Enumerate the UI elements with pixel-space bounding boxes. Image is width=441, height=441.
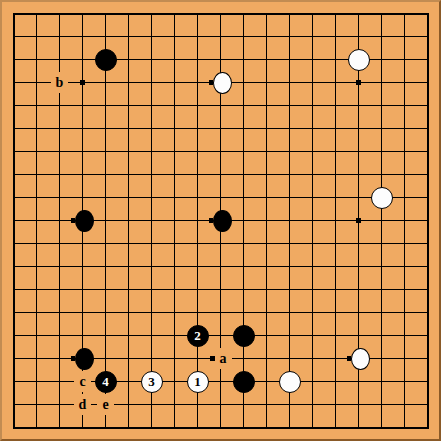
board-point[interactable] bbox=[370, 278, 393, 301]
board-point[interactable] bbox=[163, 48, 186, 71]
board-point[interactable] bbox=[48, 163, 71, 186]
board-point[interactable] bbox=[393, 140, 416, 163]
board-point[interactable] bbox=[94, 301, 117, 324]
board-point[interactable] bbox=[48, 416, 71, 439]
board-point[interactable] bbox=[140, 301, 163, 324]
board-point[interactable] bbox=[301, 324, 324, 347]
board-point[interactable]: a bbox=[209, 347, 232, 370]
board-point[interactable] bbox=[209, 416, 232, 439]
board-point[interactable] bbox=[347, 117, 370, 140]
board-point[interactable] bbox=[278, 209, 301, 232]
board-point[interactable] bbox=[25, 25, 48, 48]
board-point[interactable] bbox=[324, 324, 347, 347]
board-point[interactable] bbox=[255, 301, 278, 324]
board-point[interactable] bbox=[393, 278, 416, 301]
board-point[interactable] bbox=[416, 94, 439, 117]
board-point[interactable] bbox=[186, 393, 209, 416]
board-point[interactable] bbox=[94, 186, 117, 209]
board-point[interactable] bbox=[71, 255, 94, 278]
board-point[interactable] bbox=[370, 48, 393, 71]
board-point[interactable] bbox=[186, 186, 209, 209]
board-point[interactable] bbox=[186, 416, 209, 439]
board-point[interactable] bbox=[209, 232, 232, 255]
board-point[interactable] bbox=[416, 370, 439, 393]
board-point[interactable] bbox=[163, 393, 186, 416]
board-point[interactable] bbox=[186, 140, 209, 163]
board-point[interactable] bbox=[140, 347, 163, 370]
board-point[interactable] bbox=[370, 2, 393, 25]
board-point[interactable] bbox=[117, 301, 140, 324]
board-point[interactable] bbox=[232, 71, 255, 94]
board-point[interactable] bbox=[324, 186, 347, 209]
board-point[interactable] bbox=[94, 255, 117, 278]
board-point[interactable] bbox=[186, 232, 209, 255]
board-point[interactable] bbox=[278, 416, 301, 439]
board-point[interactable] bbox=[255, 278, 278, 301]
board-point[interactable] bbox=[393, 301, 416, 324]
board-point[interactable] bbox=[186, 48, 209, 71]
board-point[interactable] bbox=[393, 370, 416, 393]
board-point[interactable] bbox=[324, 94, 347, 117]
board-point[interactable] bbox=[278, 186, 301, 209]
board-point[interactable] bbox=[48, 232, 71, 255]
board-point[interactable] bbox=[209, 71, 232, 94]
board-point[interactable] bbox=[117, 163, 140, 186]
board-point[interactable] bbox=[48, 48, 71, 71]
board-point[interactable] bbox=[140, 71, 163, 94]
board-point[interactable] bbox=[416, 347, 439, 370]
board-point[interactable] bbox=[416, 278, 439, 301]
board-point[interactable] bbox=[25, 140, 48, 163]
board-point[interactable] bbox=[232, 255, 255, 278]
board-point[interactable] bbox=[393, 25, 416, 48]
board-point[interactable] bbox=[71, 324, 94, 347]
board-point[interactable] bbox=[48, 25, 71, 48]
board-point[interactable] bbox=[232, 347, 255, 370]
board-point[interactable] bbox=[71, 209, 94, 232]
board-point[interactable] bbox=[2, 416, 25, 439]
board-point[interactable] bbox=[232, 393, 255, 416]
board-point[interactable] bbox=[232, 324, 255, 347]
board-point[interactable] bbox=[117, 370, 140, 393]
board-point[interactable] bbox=[25, 163, 48, 186]
board-point[interactable] bbox=[370, 209, 393, 232]
board-point[interactable] bbox=[117, 416, 140, 439]
board-point[interactable] bbox=[94, 48, 117, 71]
board-point[interactable] bbox=[25, 209, 48, 232]
board-point[interactable] bbox=[48, 94, 71, 117]
board-point[interactable] bbox=[255, 71, 278, 94]
board-point[interactable] bbox=[324, 232, 347, 255]
board-point[interactable] bbox=[278, 71, 301, 94]
board-point[interactable] bbox=[232, 117, 255, 140]
board-point[interactable] bbox=[2, 163, 25, 186]
board-point[interactable] bbox=[347, 25, 370, 48]
board-point[interactable] bbox=[416, 232, 439, 255]
board-point[interactable] bbox=[347, 232, 370, 255]
board-point[interactable] bbox=[2, 48, 25, 71]
board-point[interactable] bbox=[393, 2, 416, 25]
board-point[interactable] bbox=[163, 232, 186, 255]
board-point[interactable] bbox=[255, 416, 278, 439]
board-point[interactable] bbox=[370, 301, 393, 324]
board-point[interactable] bbox=[278, 301, 301, 324]
board-point[interactable] bbox=[232, 232, 255, 255]
board-point[interactable] bbox=[301, 71, 324, 94]
board-point[interactable] bbox=[278, 370, 301, 393]
board-point[interactable] bbox=[301, 232, 324, 255]
board-point[interactable] bbox=[278, 25, 301, 48]
board-point[interactable] bbox=[140, 393, 163, 416]
board-point[interactable] bbox=[117, 71, 140, 94]
board-point[interactable] bbox=[25, 186, 48, 209]
board-point[interactable] bbox=[94, 324, 117, 347]
board-point[interactable] bbox=[71, 347, 94, 370]
board-point[interactable] bbox=[347, 2, 370, 25]
board-point[interactable] bbox=[278, 48, 301, 71]
board-point[interactable] bbox=[94, 209, 117, 232]
board-point[interactable] bbox=[25, 278, 48, 301]
board-point[interactable] bbox=[94, 2, 117, 25]
board-point[interactable] bbox=[2, 25, 25, 48]
board-point[interactable] bbox=[370, 370, 393, 393]
board-point[interactable] bbox=[255, 209, 278, 232]
board-point[interactable] bbox=[2, 209, 25, 232]
board-point[interactable] bbox=[301, 416, 324, 439]
board-point[interactable] bbox=[324, 48, 347, 71]
board-point[interactable] bbox=[209, 117, 232, 140]
board-point[interactable] bbox=[2, 255, 25, 278]
board-point[interactable] bbox=[393, 163, 416, 186]
board-point[interactable] bbox=[347, 255, 370, 278]
board-point[interactable] bbox=[163, 71, 186, 94]
board-point[interactable] bbox=[370, 393, 393, 416]
board-point[interactable] bbox=[25, 347, 48, 370]
board-point[interactable] bbox=[117, 25, 140, 48]
board-point[interactable] bbox=[163, 140, 186, 163]
board-point[interactable] bbox=[232, 186, 255, 209]
board-point[interactable] bbox=[94, 416, 117, 439]
board-point[interactable] bbox=[163, 278, 186, 301]
board-point[interactable] bbox=[416, 140, 439, 163]
board-point[interactable] bbox=[232, 278, 255, 301]
board-point[interactable] bbox=[393, 255, 416, 278]
board-point[interactable] bbox=[347, 301, 370, 324]
board-point[interactable] bbox=[370, 71, 393, 94]
board-point[interactable]: c bbox=[71, 370, 94, 393]
board-point[interactable] bbox=[232, 163, 255, 186]
board-point[interactable] bbox=[324, 71, 347, 94]
board-point[interactable] bbox=[140, 232, 163, 255]
board-point[interactable] bbox=[347, 94, 370, 117]
board-point[interactable] bbox=[370, 255, 393, 278]
board-point[interactable] bbox=[2, 232, 25, 255]
board-point[interactable] bbox=[2, 278, 25, 301]
board-point[interactable] bbox=[416, 186, 439, 209]
board-point[interactable] bbox=[117, 186, 140, 209]
board-point[interactable] bbox=[2, 186, 25, 209]
board-point[interactable] bbox=[2, 324, 25, 347]
board-point[interactable] bbox=[25, 255, 48, 278]
board-point[interactable] bbox=[71, 25, 94, 48]
board-point[interactable] bbox=[140, 163, 163, 186]
board-point[interactable] bbox=[393, 117, 416, 140]
board-point[interactable] bbox=[255, 255, 278, 278]
board-point[interactable] bbox=[301, 347, 324, 370]
board-point[interactable] bbox=[324, 416, 347, 439]
board-point[interactable] bbox=[163, 301, 186, 324]
board-point[interactable] bbox=[71, 2, 94, 25]
board-point[interactable] bbox=[25, 370, 48, 393]
board-point[interactable] bbox=[117, 2, 140, 25]
board-point[interactable] bbox=[25, 416, 48, 439]
board-point[interactable] bbox=[416, 2, 439, 25]
board-point[interactable]: 1 bbox=[186, 370, 209, 393]
board-point[interactable] bbox=[94, 117, 117, 140]
board-point[interactable] bbox=[117, 117, 140, 140]
board-point[interactable] bbox=[301, 2, 324, 25]
board-point[interactable] bbox=[370, 140, 393, 163]
board-point[interactable] bbox=[301, 301, 324, 324]
board-point[interactable] bbox=[209, 94, 232, 117]
board-point[interactable] bbox=[186, 209, 209, 232]
board-point[interactable] bbox=[140, 117, 163, 140]
board-point[interactable] bbox=[163, 255, 186, 278]
board-point[interactable] bbox=[140, 25, 163, 48]
board-point[interactable] bbox=[347, 416, 370, 439]
board-point[interactable] bbox=[94, 71, 117, 94]
board-point[interactable] bbox=[209, 48, 232, 71]
board-point[interactable] bbox=[324, 393, 347, 416]
board-point[interactable] bbox=[370, 347, 393, 370]
board-point[interactable] bbox=[324, 117, 347, 140]
board-point[interactable] bbox=[347, 71, 370, 94]
board-point[interactable] bbox=[71, 117, 94, 140]
board-point[interactable] bbox=[370, 416, 393, 439]
board-point[interactable] bbox=[71, 140, 94, 163]
board-point[interactable] bbox=[324, 347, 347, 370]
board-point[interactable] bbox=[2, 94, 25, 117]
board-point[interactable] bbox=[416, 71, 439, 94]
board-point[interactable] bbox=[278, 278, 301, 301]
board-point[interactable] bbox=[71, 94, 94, 117]
board-point[interactable] bbox=[393, 48, 416, 71]
board-point[interactable] bbox=[416, 324, 439, 347]
board-point[interactable] bbox=[255, 186, 278, 209]
board-point[interactable] bbox=[393, 209, 416, 232]
board-point[interactable] bbox=[232, 2, 255, 25]
board-point[interactable] bbox=[347, 393, 370, 416]
board-point[interactable] bbox=[278, 347, 301, 370]
board-point[interactable] bbox=[117, 324, 140, 347]
board-point[interactable] bbox=[140, 255, 163, 278]
board-point[interactable] bbox=[278, 2, 301, 25]
board-point[interactable] bbox=[48, 324, 71, 347]
board-point[interactable] bbox=[71, 163, 94, 186]
board-point[interactable] bbox=[255, 232, 278, 255]
board-point[interactable] bbox=[48, 370, 71, 393]
board-point[interactable] bbox=[94, 347, 117, 370]
board-point[interactable] bbox=[278, 324, 301, 347]
board-point[interactable] bbox=[370, 186, 393, 209]
board-point[interactable] bbox=[370, 94, 393, 117]
board-point[interactable] bbox=[416, 393, 439, 416]
board-point[interactable] bbox=[48, 117, 71, 140]
board-point[interactable] bbox=[301, 186, 324, 209]
board-point[interactable] bbox=[48, 278, 71, 301]
board-point[interactable] bbox=[416, 209, 439, 232]
board-point[interactable] bbox=[347, 324, 370, 347]
board-point[interactable] bbox=[186, 117, 209, 140]
board-point[interactable] bbox=[416, 48, 439, 71]
board-point[interactable] bbox=[209, 255, 232, 278]
board-point[interactable] bbox=[393, 324, 416, 347]
board-point[interactable] bbox=[209, 370, 232, 393]
board-point[interactable] bbox=[370, 163, 393, 186]
board-point[interactable] bbox=[2, 71, 25, 94]
board-point[interactable] bbox=[324, 370, 347, 393]
board-point[interactable] bbox=[186, 25, 209, 48]
board-point[interactable] bbox=[186, 163, 209, 186]
board-point[interactable] bbox=[370, 117, 393, 140]
board-point[interactable] bbox=[163, 324, 186, 347]
board-point[interactable] bbox=[94, 94, 117, 117]
board-point[interactable] bbox=[278, 94, 301, 117]
board-point[interactable] bbox=[94, 232, 117, 255]
board-point[interactable] bbox=[163, 25, 186, 48]
board-point[interactable] bbox=[255, 48, 278, 71]
board-point[interactable] bbox=[416, 117, 439, 140]
board-point[interactable] bbox=[71, 71, 94, 94]
board-point[interactable] bbox=[324, 25, 347, 48]
board-point[interactable] bbox=[255, 2, 278, 25]
board-point[interactable] bbox=[94, 140, 117, 163]
board-point[interactable] bbox=[25, 48, 48, 71]
board-point[interactable] bbox=[209, 140, 232, 163]
board-point[interactable] bbox=[232, 370, 255, 393]
board-point[interactable] bbox=[301, 117, 324, 140]
board-point[interactable] bbox=[2, 2, 25, 25]
board-point[interactable] bbox=[163, 94, 186, 117]
board-point[interactable] bbox=[186, 347, 209, 370]
board-point[interactable] bbox=[232, 209, 255, 232]
board-point[interactable] bbox=[117, 94, 140, 117]
board-point[interactable] bbox=[94, 278, 117, 301]
board-point[interactable] bbox=[163, 416, 186, 439]
board-point[interactable] bbox=[324, 301, 347, 324]
board-point[interactable] bbox=[393, 186, 416, 209]
board-point[interactable] bbox=[278, 232, 301, 255]
board-point[interactable] bbox=[209, 186, 232, 209]
board-point[interactable] bbox=[186, 278, 209, 301]
board-point[interactable] bbox=[347, 140, 370, 163]
board-point[interactable] bbox=[301, 278, 324, 301]
board-point[interactable] bbox=[163, 117, 186, 140]
board-point[interactable] bbox=[117, 393, 140, 416]
board-point[interactable] bbox=[370, 232, 393, 255]
board-point[interactable]: d bbox=[71, 393, 94, 416]
board-point[interactable] bbox=[48, 2, 71, 25]
board-point[interactable] bbox=[25, 71, 48, 94]
board-point[interactable] bbox=[393, 71, 416, 94]
board-point[interactable] bbox=[48, 186, 71, 209]
board-point[interactable] bbox=[301, 370, 324, 393]
board-point[interactable] bbox=[324, 209, 347, 232]
board-point[interactable] bbox=[255, 370, 278, 393]
board-point[interactable] bbox=[25, 393, 48, 416]
board-point[interactable] bbox=[25, 2, 48, 25]
board-point[interactable] bbox=[347, 48, 370, 71]
board-point[interactable] bbox=[393, 347, 416, 370]
board-point[interactable] bbox=[209, 301, 232, 324]
board-point[interactable] bbox=[301, 140, 324, 163]
board-point[interactable] bbox=[140, 94, 163, 117]
board-point[interactable] bbox=[48, 140, 71, 163]
board-point[interactable] bbox=[370, 324, 393, 347]
board-point[interactable] bbox=[140, 324, 163, 347]
board-point[interactable] bbox=[140, 186, 163, 209]
board-point[interactable] bbox=[140, 416, 163, 439]
board-point[interactable] bbox=[117, 232, 140, 255]
board-point[interactable] bbox=[140, 2, 163, 25]
board-point[interactable] bbox=[209, 2, 232, 25]
board-point[interactable] bbox=[71, 278, 94, 301]
board-point[interactable] bbox=[163, 163, 186, 186]
board-point[interactable] bbox=[25, 301, 48, 324]
board-point[interactable] bbox=[48, 209, 71, 232]
board-point[interactable] bbox=[25, 324, 48, 347]
board-point[interactable] bbox=[255, 94, 278, 117]
board-point[interactable] bbox=[186, 94, 209, 117]
board-point[interactable] bbox=[209, 163, 232, 186]
board-point[interactable] bbox=[232, 25, 255, 48]
board-point[interactable] bbox=[140, 48, 163, 71]
board-point[interactable] bbox=[232, 94, 255, 117]
board-point[interactable] bbox=[2, 370, 25, 393]
board-point[interactable] bbox=[140, 278, 163, 301]
board-point[interactable] bbox=[186, 2, 209, 25]
board-point[interactable] bbox=[94, 163, 117, 186]
board-point[interactable] bbox=[255, 324, 278, 347]
board-point[interactable] bbox=[301, 393, 324, 416]
board-point[interactable] bbox=[255, 347, 278, 370]
board-point[interactable] bbox=[2, 347, 25, 370]
board-point[interactable]: 3 bbox=[140, 370, 163, 393]
board-point[interactable]: e bbox=[94, 393, 117, 416]
board-point[interactable] bbox=[278, 255, 301, 278]
board-point[interactable] bbox=[255, 140, 278, 163]
board-point[interactable] bbox=[324, 255, 347, 278]
board-point[interactable] bbox=[71, 48, 94, 71]
board-point[interactable] bbox=[416, 301, 439, 324]
board-point[interactable] bbox=[94, 25, 117, 48]
board-point[interactable] bbox=[301, 94, 324, 117]
board-point[interactable] bbox=[25, 94, 48, 117]
board-point[interactable] bbox=[255, 117, 278, 140]
board-point[interactable] bbox=[48, 393, 71, 416]
board-point[interactable] bbox=[324, 140, 347, 163]
board-point[interactable] bbox=[324, 163, 347, 186]
board-point[interactable] bbox=[347, 347, 370, 370]
board-point[interactable] bbox=[209, 278, 232, 301]
board-point[interactable] bbox=[232, 48, 255, 71]
board-point[interactable] bbox=[393, 94, 416, 117]
board-point[interactable] bbox=[301, 48, 324, 71]
board-point[interactable] bbox=[301, 25, 324, 48]
board-point[interactable] bbox=[71, 416, 94, 439]
board-point[interactable] bbox=[48, 255, 71, 278]
board-point[interactable] bbox=[347, 370, 370, 393]
